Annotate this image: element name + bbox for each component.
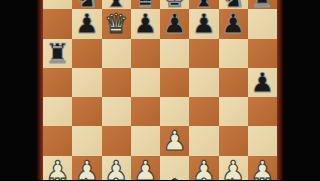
square-a3[interactable] bbox=[43, 126, 72, 155]
square-f4[interactable] bbox=[189, 97, 218, 126]
chess-board-screenshot: ♞♝♛♚♝♞♜♟♛♟♟♟♟♜♟♟♟♟♟♟♟♟♟♜♞♝♚♝♞♜ bbox=[0, 0, 320, 180]
square-c3[interactable] bbox=[102, 126, 131, 155]
white-knight[interactable]: ♞ bbox=[219, 174, 248, 180]
square-e7[interactable]: ♟ bbox=[160, 9, 189, 38]
square-a7[interactable] bbox=[43, 9, 72, 38]
square-f6[interactable] bbox=[189, 39, 218, 68]
square-h6[interactable] bbox=[248, 39, 277, 68]
square-g3[interactable] bbox=[219, 126, 248, 155]
square-e6[interactable] bbox=[160, 39, 189, 68]
square-d3[interactable] bbox=[131, 126, 160, 155]
white-rook[interactable]: ♜ bbox=[43, 174, 72, 180]
square-a8[interactable] bbox=[43, 0, 72, 9]
black-rook[interactable]: ♜ bbox=[43, 39, 72, 68]
white-rook[interactable]: ♜ bbox=[248, 174, 277, 180]
square-b4[interactable] bbox=[72, 97, 101, 126]
square-d7[interactable]: ♟ bbox=[131, 9, 160, 38]
white-pawn[interactable]: ♟ bbox=[131, 156, 160, 181]
square-e3[interactable]: ♟ bbox=[160, 126, 189, 155]
square-a4[interactable] bbox=[43, 97, 72, 126]
white-knight[interactable]: ♞ bbox=[72, 174, 101, 180]
black-pawn[interactable]: ♟ bbox=[72, 9, 101, 38]
square-b6[interactable] bbox=[72, 39, 101, 68]
black-pawn[interactable]: ♟ bbox=[189, 9, 218, 38]
square-g4[interactable] bbox=[219, 97, 248, 126]
square-b5[interactable] bbox=[72, 68, 101, 97]
square-b7[interactable]: ♟ bbox=[72, 9, 101, 38]
square-c7[interactable]: ♛ bbox=[102, 9, 131, 38]
square-d5[interactable] bbox=[131, 68, 160, 97]
square-h5[interactable]: ♟ bbox=[248, 68, 277, 97]
square-a5[interactable] bbox=[43, 68, 72, 97]
square-g7[interactable]: ♟ bbox=[219, 9, 248, 38]
square-d6[interactable] bbox=[131, 39, 160, 68]
black-pawn[interactable]: ♟ bbox=[131, 9, 160, 38]
square-h4[interactable] bbox=[248, 97, 277, 126]
square-d2[interactable]: ♟ bbox=[131, 156, 160, 181]
square-g6[interactable] bbox=[219, 39, 248, 68]
square-d4[interactable] bbox=[131, 97, 160, 126]
square-f3[interactable] bbox=[189, 126, 218, 155]
black-pawn[interactable]: ♟ bbox=[160, 9, 189, 38]
white-bishop[interactable]: ♝ bbox=[102, 174, 131, 180]
white-pawn[interactable]: ♟ bbox=[160, 126, 189, 155]
square-f5[interactable] bbox=[189, 68, 218, 97]
square-h7[interactable] bbox=[248, 9, 277, 38]
square-c4[interactable] bbox=[102, 97, 131, 126]
square-h3[interactable] bbox=[248, 126, 277, 155]
square-b3[interactable] bbox=[72, 126, 101, 155]
white-queen[interactable]: ♛ bbox=[102, 9, 131, 38]
square-h8[interactable]: ♜ bbox=[248, 0, 277, 9]
black-pawn[interactable]: ♟ bbox=[248, 68, 277, 97]
square-a6[interactable]: ♜ bbox=[43, 39, 72, 68]
square-c6[interactable] bbox=[102, 39, 131, 68]
square-e4[interactable] bbox=[160, 97, 189, 126]
letterbox-left bbox=[0, 0, 37, 180]
square-g5[interactable] bbox=[219, 68, 248, 97]
square-e5[interactable] bbox=[160, 68, 189, 97]
black-pawn[interactable]: ♟ bbox=[219, 9, 248, 38]
white-king[interactable]: ♚ bbox=[160, 174, 189, 180]
chess-board[interactable]: ♞♝♛♚♝♞♜♟♛♟♟♟♟♜♟♟♟♟♟♟♟♟♟♜♞♝♚♝♞♜ bbox=[43, 0, 277, 180]
square-f7[interactable]: ♟ bbox=[189, 9, 218, 38]
white-bishop[interactable]: ♝ bbox=[189, 174, 218, 180]
letterbox-right bbox=[283, 0, 320, 180]
square-c5[interactable] bbox=[102, 68, 131, 97]
